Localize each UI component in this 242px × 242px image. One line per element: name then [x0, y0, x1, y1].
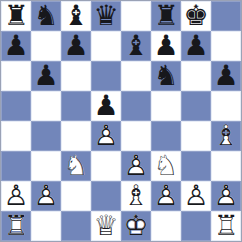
square-d1[interactable]: ♛♕ [91, 211, 121, 241]
white-rook-outline: ♖ [1, 211, 31, 241]
black-rook-glyph: ♜ [1, 1, 31, 31]
square-g5[interactable] [181, 91, 211, 121]
square-e6[interactable] [121, 61, 151, 91]
square-b6[interactable]: ♟ [31, 61, 61, 91]
square-h8[interactable] [211, 1, 241, 31]
square-e7[interactable]: ♝ [121, 31, 151, 61]
white-queen-outline: ♕ [91, 211, 121, 241]
white-queen: ♛♕ [91, 211, 121, 241]
white-pawn: ♟♙ [121, 151, 151, 181]
white-bishop: ♝♗ [211, 121, 241, 151]
square-d5[interactable]: ♟ [91, 91, 121, 121]
black-bishop: ♝ [61, 1, 91, 31]
black-pawn-glyph: ♟ [91, 91, 121, 121]
white-pawn-outline: ♙ [91, 121, 121, 151]
square-f7[interactable]: ♟ [151, 31, 181, 61]
black-queen-glyph: ♛ [91, 1, 121, 31]
square-f2[interactable]: ♟♙ [151, 181, 181, 211]
square-f6[interactable]: ♞ [151, 61, 181, 91]
white-rook: ♜♖ [1, 211, 31, 241]
square-c1[interactable] [61, 211, 91, 241]
square-g8[interactable]: ♚ [181, 1, 211, 31]
black-pawn: ♟ [91, 91, 121, 121]
black-pawn: ♟ [31, 61, 61, 91]
white-pawn-outline: ♙ [31, 181, 61, 211]
square-g4[interactable] [181, 121, 211, 151]
white-pawn: ♟♙ [91, 121, 121, 151]
black-pawn: ♟ [61, 31, 91, 61]
square-c8[interactable]: ♝ [61, 1, 91, 31]
black-queen: ♛ [91, 1, 121, 31]
square-f5[interactable] [151, 91, 181, 121]
square-c7[interactable]: ♟ [61, 31, 91, 61]
square-a4[interactable] [1, 121, 31, 151]
square-g1[interactable] [181, 211, 211, 241]
square-d4[interactable]: ♟♙ [91, 121, 121, 151]
square-a6[interactable] [1, 61, 31, 91]
square-c2[interactable] [61, 181, 91, 211]
white-king: ♚♔ [121, 211, 151, 241]
black-king: ♚ [181, 1, 211, 31]
white-pawn: ♟♙ [1, 181, 31, 211]
black-knight-glyph: ♞ [31, 1, 61, 31]
black-king-glyph: ♚ [181, 1, 211, 31]
square-f1[interactable] [151, 211, 181, 241]
square-c3[interactable]: ♞♘ [61, 151, 91, 181]
white-rook-outline: ♖ [211, 211, 241, 241]
white-bishop: ♝♗ [121, 181, 151, 211]
square-b3[interactable] [31, 151, 61, 181]
black-pawn-glyph: ♟ [1, 31, 31, 61]
square-b5[interactable] [31, 91, 61, 121]
square-e8[interactable] [121, 1, 151, 31]
white-pawn: ♟♙ [211, 181, 241, 211]
square-a2[interactable]: ♟♙ [1, 181, 31, 211]
black-pawn: ♟ [151, 31, 181, 61]
square-a3[interactable] [1, 151, 31, 181]
square-d2[interactable] [91, 181, 121, 211]
square-a5[interactable] [1, 91, 31, 121]
square-d7[interactable] [91, 31, 121, 61]
square-f8[interactable]: ♜ [151, 1, 181, 31]
square-h7[interactable] [211, 31, 241, 61]
black-rook: ♜ [151, 1, 181, 31]
square-f3[interactable]: ♞♘ [151, 151, 181, 181]
square-a1[interactable]: ♜♖ [1, 211, 31, 241]
square-b8[interactable]: ♞ [31, 1, 61, 31]
square-e4[interactable] [121, 121, 151, 151]
square-e5[interactable] [121, 91, 151, 121]
black-bishop-glyph: ♝ [61, 1, 91, 31]
black-pawn-glyph: ♟ [151, 31, 181, 61]
black-pawn: ♟ [1, 31, 31, 61]
square-b1[interactable] [31, 211, 61, 241]
black-pawn-glyph: ♟ [181, 31, 211, 61]
square-b4[interactable] [31, 121, 61, 151]
square-d3[interactable] [91, 151, 121, 181]
white-knight: ♞♘ [151, 151, 181, 181]
square-e2[interactable]: ♝♗ [121, 181, 151, 211]
black-knight: ♞ [31, 1, 61, 31]
square-c6[interactable] [61, 61, 91, 91]
black-rook: ♜ [1, 1, 31, 31]
square-a7[interactable]: ♟ [1, 31, 31, 61]
white-bishop-outline: ♗ [121, 181, 151, 211]
black-bishop-glyph: ♝ [121, 31, 151, 61]
black-pawn: ♟ [181, 31, 211, 61]
white-knight-outline: ♘ [151, 151, 181, 181]
square-d6[interactable] [91, 61, 121, 91]
square-g7[interactable]: ♟ [181, 31, 211, 61]
square-g3[interactable] [181, 151, 211, 181]
white-pawn-outline: ♙ [211, 181, 241, 211]
square-d8[interactable]: ♛ [91, 1, 121, 31]
white-knight: ♞♘ [61, 151, 91, 181]
square-h4[interactable]: ♝♗ [211, 121, 241, 151]
square-a8[interactable]: ♜ [1, 1, 31, 31]
white-pawn: ♟♙ [151, 181, 181, 211]
square-e3[interactable]: ♟♙ [121, 151, 151, 181]
square-f4[interactable] [151, 121, 181, 151]
black-pawn: ♟ [211, 61, 241, 91]
white-pawn: ♟♙ [31, 181, 61, 211]
square-h6[interactable]: ♟ [211, 61, 241, 91]
square-b2[interactable]: ♟♙ [31, 181, 61, 211]
square-h2[interactable]: ♟♙ [211, 181, 241, 211]
black-bishop: ♝ [121, 31, 151, 61]
black-knight-glyph: ♞ [151, 61, 181, 91]
square-b7[interactable] [31, 31, 61, 61]
white-pawn-outline: ♙ [181, 181, 211, 211]
square-h3[interactable] [211, 151, 241, 181]
white-knight-outline: ♘ [61, 151, 91, 181]
black-pawn-glyph: ♟ [211, 61, 241, 91]
square-e1[interactable]: ♚♔ [121, 211, 151, 241]
white-bishop-outline: ♗ [211, 121, 241, 151]
chess-board: ♜♞♝♛♜♚♟♟♝♟♟♟♞♟♟♟♙♝♗♞♘♟♙♞♘♟♙♟♙♝♗♟♙♟♙♟♙♜♖♛… [0, 0, 242, 242]
black-rook-glyph: ♜ [151, 1, 181, 31]
square-c4[interactable] [61, 121, 91, 151]
square-h5[interactable] [211, 91, 241, 121]
square-g2[interactable]: ♟♙ [181, 181, 211, 211]
black-pawn-glyph: ♟ [61, 31, 91, 61]
black-pawn-glyph: ♟ [31, 61, 61, 91]
white-king-outline: ♔ [121, 211, 151, 241]
white-pawn: ♟♙ [181, 181, 211, 211]
square-c5[interactable] [61, 91, 91, 121]
white-pawn-outline: ♙ [121, 151, 151, 181]
square-h1[interactable]: ♜♖ [211, 211, 241, 241]
white-pawn-outline: ♙ [151, 181, 181, 211]
black-knight: ♞ [151, 61, 181, 91]
square-g6[interactable] [181, 61, 211, 91]
white-pawn-outline: ♙ [1, 181, 31, 211]
white-rook: ♜♖ [211, 211, 241, 241]
